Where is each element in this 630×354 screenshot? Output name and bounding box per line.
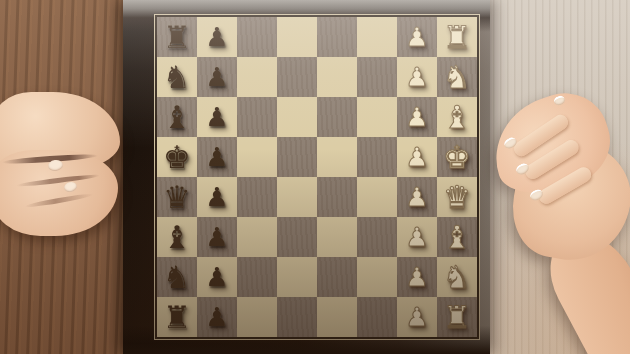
left-player-hands <box>0 90 128 240</box>
black-bishop: ♝ <box>157 97 197 137</box>
square-r1-c6[interactable] <box>357 17 397 57</box>
board-squares-grid: ♜♟♟♜♞♟♟♞♝♟♟♝♚♟♟♚♛♟♟♛♝♟♟♝♞♟♟♞♜♟♟♜ <box>157 17 477 337</box>
square-r8-c2[interactable]: ♟ <box>197 297 237 337</box>
square-r1-c1[interactable]: ♜ <box>157 17 197 57</box>
black-queen: ♛ <box>157 177 197 217</box>
square-r2-c6[interactable] <box>357 57 397 97</box>
square-r8-c8[interactable]: ♜ <box>437 297 477 337</box>
black-knight: ♞ <box>157 57 197 97</box>
white-pawn: ♟ <box>397 57 437 97</box>
black-pawn: ♟ <box>197 217 237 257</box>
square-r5-c2[interactable]: ♟ <box>197 177 237 217</box>
square-r8-c6[interactable] <box>357 297 397 337</box>
square-r1-c3[interactable] <box>237 17 277 57</box>
white-knight: ♞ <box>437 257 477 297</box>
square-r1-c7[interactable]: ♟ <box>397 17 437 57</box>
white-pawn: ♟ <box>397 257 437 297</box>
square-r7-c3[interactable] <box>237 257 277 297</box>
white-queen: ♛ <box>437 177 477 217</box>
square-r2-c2[interactable]: ♟ <box>197 57 237 97</box>
square-r6-c3[interactable] <box>237 217 277 257</box>
white-pawn: ♟ <box>397 297 437 337</box>
square-r7-c2[interactable]: ♟ <box>197 257 237 297</box>
square-r4-c2[interactable]: ♟ <box>197 137 237 177</box>
white-bishop: ♝ <box>437 217 477 257</box>
black-pawn: ♟ <box>197 97 237 137</box>
square-r6-c2[interactable]: ♟ <box>197 217 237 257</box>
black-pawn: ♟ <box>197 297 237 337</box>
black-pawn: ♟ <box>197 137 237 177</box>
square-r6-c8[interactable]: ♝ <box>437 217 477 257</box>
square-r1-c2[interactable]: ♟ <box>197 17 237 57</box>
square-r2-c1[interactable]: ♞ <box>157 57 197 97</box>
square-r6-c5[interactable] <box>317 217 357 257</box>
square-r4-c1[interactable]: ♚ <box>157 137 197 177</box>
black-rook: ♜ <box>157 17 197 57</box>
white-pawn: ♟ <box>397 137 437 177</box>
square-r3-c6[interactable] <box>357 97 397 137</box>
square-r7-c8[interactable]: ♞ <box>437 257 477 297</box>
black-pawn: ♟ <box>197 177 237 217</box>
square-r3-c2[interactable]: ♟ <box>197 97 237 137</box>
square-r6-c1[interactable]: ♝ <box>157 217 197 257</box>
square-r2-c5[interactable] <box>317 57 357 97</box>
square-r2-c7[interactable]: ♟ <box>397 57 437 97</box>
square-r3-c5[interactable] <box>317 97 357 137</box>
square-r5-c3[interactable] <box>237 177 277 217</box>
white-pawn: ♟ <box>397 217 437 257</box>
square-r1-c8[interactable]: ♜ <box>437 17 477 57</box>
square-r7-c5[interactable] <box>317 257 357 297</box>
square-r4-c8[interactable]: ♚ <box>437 137 477 177</box>
square-r5-c4[interactable] <box>277 177 317 217</box>
black-rook: ♜ <box>157 297 197 337</box>
square-r4-c7[interactable]: ♟ <box>397 137 437 177</box>
square-r5-c1[interactable]: ♛ <box>157 177 197 217</box>
square-r8-c3[interactable] <box>237 297 277 337</box>
white-rook: ♜ <box>437 297 477 337</box>
black-king: ♚ <box>157 137 197 177</box>
square-r4-c3[interactable] <box>237 137 277 177</box>
board-pinstripe-border: ♜♟♟♜♞♟♟♞♝♟♟♝♚♟♟♚♛♟♟♛♝♟♟♝♞♟♟♞♜♟♟♜ <box>154 14 480 340</box>
square-r6-c4[interactable] <box>277 217 317 257</box>
square-r7-c7[interactable]: ♟ <box>397 257 437 297</box>
square-r2-c3[interactable] <box>237 57 277 97</box>
black-pawn: ♟ <box>197 17 237 57</box>
square-r7-c1[interactable]: ♞ <box>157 257 197 297</box>
square-r6-c6[interactable] <box>357 217 397 257</box>
white-bishop: ♝ <box>437 97 477 137</box>
square-r5-c5[interactable] <box>317 177 357 217</box>
square-r3-c1[interactable]: ♝ <box>157 97 197 137</box>
square-r7-c6[interactable] <box>357 257 397 297</box>
chess-photo-scene: ♜♟♟♜♞♟♟♞♝♟♟♝♚♟♟♚♛♟♟♛♝♟♟♝♞♟♟♞♜♟♟♜ <box>0 0 630 354</box>
black-pawn: ♟ <box>197 57 237 97</box>
square-r1-c4[interactable] <box>277 17 317 57</box>
square-r4-c6[interactable] <box>357 137 397 177</box>
square-r2-c8[interactable]: ♞ <box>437 57 477 97</box>
black-bishop: ♝ <box>157 217 197 257</box>
square-r8-c7[interactable]: ♟ <box>397 297 437 337</box>
square-r8-c4[interactable] <box>277 297 317 337</box>
square-r2-c4[interactable] <box>277 57 317 97</box>
white-pawn: ♟ <box>397 97 437 137</box>
white-rook: ♜ <box>437 17 477 57</box>
square-r5-c6[interactable] <box>357 177 397 217</box>
square-r3-c7[interactable]: ♟ <box>397 97 437 137</box>
right-player-hands <box>488 98 630 354</box>
square-r7-c4[interactable] <box>277 257 317 297</box>
square-r4-c5[interactable] <box>317 137 357 177</box>
square-r8-c5[interactable] <box>317 297 357 337</box>
black-knight: ♞ <box>157 257 197 297</box>
black-pawn: ♟ <box>197 257 237 297</box>
square-r3-c4[interactable] <box>277 97 317 137</box>
square-r4-c4[interactable] <box>277 137 317 177</box>
square-r5-c7[interactable]: ♟ <box>397 177 437 217</box>
chess-board: ♜♟♟♜♞♟♟♞♝♟♟♝♚♟♟♚♛♟♟♛♝♟♟♝♞♟♟♞♜♟♟♜ <box>123 0 490 354</box>
white-pawn: ♟ <box>397 177 437 217</box>
square-r6-c7[interactable]: ♟ <box>397 217 437 257</box>
square-r1-c5[interactable] <box>317 17 357 57</box>
white-knight: ♞ <box>437 57 477 97</box>
white-king: ♚ <box>437 137 477 177</box>
square-r3-c8[interactable]: ♝ <box>437 97 477 137</box>
square-r3-c3[interactable] <box>237 97 277 137</box>
square-r5-c8[interactable]: ♛ <box>437 177 477 217</box>
square-r8-c1[interactable]: ♜ <box>157 297 197 337</box>
white-pawn: ♟ <box>397 17 437 57</box>
